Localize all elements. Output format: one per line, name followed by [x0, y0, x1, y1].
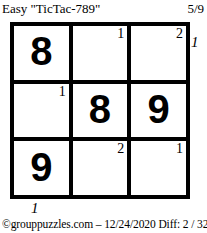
puzzle-title: Easy "TicTac-789" [2, 1, 100, 16]
cell-r3c2[interactable]: 2 [73, 141, 128, 195]
corner-clue-r1c2: 1 [117, 26, 124, 41]
corner-clue-r2c1: 1 [59, 84, 66, 99]
copyright-footer: ©grouppuzzles.com – 12/24/2020 Diff: 2 /… [2, 217, 207, 231]
cell-r1c3[interactable]: 2 [131, 26, 186, 80]
given-digit-r2c3: 9 [148, 89, 170, 129]
cell-r3c1[interactable]: 9 [14, 141, 69, 195]
cell-r3c3[interactable]: 1 [131, 141, 186, 195]
outside-clue-below-col1: 1 [31, 200, 39, 216]
corner-clue-r1c3: 2 [176, 26, 183, 41]
cell-r1c2[interactable]: 1 [73, 26, 128, 80]
given-digit-r2c2: 8 [89, 89, 111, 129]
cell-r1c1[interactable]: 8 [14, 26, 69, 80]
cell-r2c3[interactable]: 9 [131, 84, 186, 138]
puzzle-page: Easy "TicTac-789" 5/9 8 1 2 1 8 9 9 [0, 0, 207, 233]
puzzle-counter: 5/9 [187, 1, 204, 16]
cell-r2c2[interactable]: 8 [73, 84, 128, 138]
outside-clue-right-row1: 1 [191, 34, 199, 50]
given-digit-r3c1: 9 [30, 147, 52, 187]
corner-clue-r3c3: 1 [176, 141, 183, 156]
given-digit-r1c1: 8 [30, 31, 52, 71]
corner-clue-r3c2: 2 [117, 141, 124, 156]
tictac-board: 8 1 2 1 8 9 9 2 1 [10, 22, 190, 199]
cell-r2c1[interactable]: 1 [14, 84, 69, 138]
